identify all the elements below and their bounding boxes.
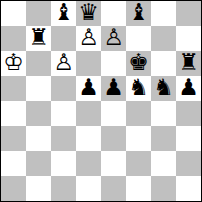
square-h2[interactable] [176,151,201,176]
square-a4[interactable] [1,101,26,126]
square-d3[interactable] [76,126,101,151]
square-e4[interactable] [101,101,126,126]
piece-black-bishop[interactable]: ♝ [128,1,149,25]
square-d7[interactable]: ♙ [76,26,101,51]
square-a2[interactable] [1,151,26,176]
square-a8[interactable] [1,1,26,26]
square-g2[interactable] [151,151,176,176]
square-a3[interactable] [1,126,26,151]
square-d6[interactable] [76,51,101,76]
square-e7[interactable]: ♙ [101,26,126,51]
square-h6[interactable]: ♜ [176,51,201,76]
square-c8[interactable]: ♝ [51,1,76,26]
piece-black-rook[interactable]: ♜ [28,26,49,50]
square-b5[interactable] [26,76,51,101]
square-c5[interactable] [51,76,76,101]
chess-board: ♝♛♝♜♙♙♔♙♚♜♟♟♞♞♟ [0,0,202,202]
square-h1[interactable] [176,176,201,201]
square-c4[interactable] [51,101,76,126]
square-f4[interactable] [126,101,151,126]
piece-black-knight[interactable]: ♞ [128,76,149,100]
square-h3[interactable] [176,126,201,151]
square-c1[interactable] [51,176,76,201]
square-b7[interactable]: ♜ [26,26,51,51]
square-b6[interactable] [26,51,51,76]
square-h7[interactable] [176,26,201,51]
square-e8[interactable] [101,1,126,26]
square-f8[interactable]: ♝ [126,1,151,26]
square-e3[interactable] [101,126,126,151]
piece-white-pawn[interactable]: ♙ [53,51,74,75]
square-d5[interactable]: ♟ [76,76,101,101]
piece-black-pawn[interactable]: ♟ [103,76,124,100]
square-b8[interactable] [26,1,51,26]
square-g1[interactable] [151,176,176,201]
square-d1[interactable] [76,176,101,201]
chess-diagram: ♝♛♝♜♙♙♔♙♚♜♟♟♞♞♟ [0,0,202,202]
piece-white-pawn[interactable]: ♙ [103,26,124,50]
square-g7[interactable] [151,26,176,51]
piece-black-knight[interactable]: ♞ [153,76,174,100]
square-d8[interactable]: ♛ [76,1,101,26]
piece-black-bishop[interactable]: ♝ [53,1,74,25]
piece-black-queen[interactable]: ♛ [78,1,99,25]
square-c7[interactable] [51,26,76,51]
square-a1[interactable] [1,176,26,201]
square-c3[interactable] [51,126,76,151]
square-e5[interactable]: ♟ [101,76,126,101]
square-f5[interactable]: ♞ [126,76,151,101]
square-g5[interactable]: ♞ [151,76,176,101]
square-g4[interactable] [151,101,176,126]
square-h8[interactable] [176,1,201,26]
piece-white-pawn[interactable]: ♙ [78,26,99,50]
piece-black-pawn[interactable]: ♟ [178,76,199,100]
square-g3[interactable] [151,126,176,151]
square-e2[interactable] [101,151,126,176]
square-h5[interactable]: ♟ [176,76,201,101]
square-c2[interactable] [51,151,76,176]
square-a5[interactable] [1,76,26,101]
square-e1[interactable] [101,176,126,201]
square-d4[interactable] [76,101,101,126]
piece-white-king[interactable]: ♔ [3,51,24,75]
square-g8[interactable] [151,1,176,26]
square-b1[interactable] [26,176,51,201]
square-e6[interactable] [101,51,126,76]
piece-black-rook[interactable]: ♜ [178,51,199,75]
square-f7[interactable] [126,26,151,51]
square-d2[interactable] [76,151,101,176]
square-b4[interactable] [26,101,51,126]
square-b3[interactable] [26,126,51,151]
square-f3[interactable] [126,126,151,151]
square-a7[interactable] [1,26,26,51]
square-f1[interactable] [126,176,151,201]
square-f6[interactable]: ♚ [126,51,151,76]
piece-black-pawn[interactable]: ♟ [78,76,99,100]
square-g6[interactable] [151,51,176,76]
square-c6[interactable]: ♙ [51,51,76,76]
square-f2[interactable] [126,151,151,176]
square-a6[interactable]: ♔ [1,51,26,76]
square-h4[interactable] [176,101,201,126]
square-b2[interactable] [26,151,51,176]
piece-black-king[interactable]: ♚ [128,51,149,75]
